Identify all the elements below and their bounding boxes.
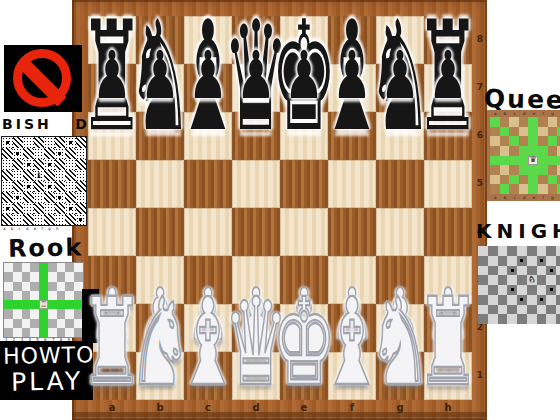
move-dot (511, 288, 514, 291)
move-dot (520, 259, 523, 262)
piece-white-rook-h1[interactable]: ♜ (416, 281, 481, 402)
move-dot (58, 196, 61, 199)
diagram-cell (490, 117, 500, 127)
diagram-cell (519, 146, 529, 156)
diagram-cell (509, 156, 519, 166)
diagram-cell (2, 159, 13, 170)
diagram-cell (34, 148, 45, 159)
diagram-cell (34, 214, 45, 225)
diagram-cell (2, 137, 13, 148)
diagram-cell (2, 203, 13, 214)
diagram-cell (44, 148, 55, 159)
diagram-cell (55, 148, 66, 159)
diagram-cell (490, 184, 500, 194)
diagram-cell (57, 328, 66, 337)
how-to-play-line2: PLAY (11, 366, 84, 396)
queen-diagram-board: ♛ (490, 117, 560, 194)
diagram-cell (30, 319, 39, 328)
diagram-cell (519, 175, 529, 185)
diagram-cell (13, 300, 22, 309)
diagram-cell (30, 309, 39, 318)
diagram-cell (23, 214, 34, 225)
diagram-cell (48, 272, 57, 281)
diagram-cell (517, 246, 527, 256)
diagram-cell (528, 175, 538, 185)
diagram-cell (13, 272, 22, 281)
diagram-cell (517, 305, 527, 315)
diagram-cell (13, 214, 24, 225)
diagram-cell (57, 291, 66, 300)
diagram-cell (507, 314, 517, 324)
piece-black-pawn-g7[interactable]: ♟ (380, 42, 419, 108)
diagram-cell (34, 192, 45, 203)
diagram-cell (23, 137, 34, 148)
diagram-cell (65, 282, 74, 291)
diagram-cell (527, 256, 537, 266)
diagram-cell (556, 285, 560, 295)
diagram-piece-icon: ♞ (528, 276, 535, 284)
diagram-cell (509, 165, 519, 175)
move-dot (550, 288, 553, 291)
diagram-cell (13, 328, 22, 337)
diagram-cell (519, 165, 529, 175)
game-screen: { "game": "chess", "position": { "fen": … (0, 0, 560, 420)
diagram-cell (39, 272, 48, 281)
diagram-cell (537, 266, 547, 276)
diagram-cell (498, 305, 508, 315)
diagram-cell (528, 127, 538, 137)
diagram-cell (556, 305, 560, 315)
diagram-cell (57, 300, 66, 309)
diagram-cell (39, 328, 48, 337)
diagram-cell (537, 246, 547, 256)
diagram-cell (30, 300, 39, 309)
diagram-cell (2, 148, 13, 159)
diagram-cell (65, 192, 76, 203)
diagram-cell (528, 146, 538, 156)
diagram-cell (22, 300, 31, 309)
piece-black-pawn-d7[interactable]: ♟ (236, 42, 275, 108)
diagram-cell (548, 117, 558, 127)
diagram-cell (39, 263, 48, 272)
move-dot (511, 269, 514, 272)
diagram-cell (546, 314, 556, 324)
diagram-cell (39, 309, 48, 318)
diagram-cell (65, 181, 76, 192)
diagram-cell (546, 305, 556, 315)
diagram-cell (76, 170, 87, 181)
diagram-cell (490, 127, 500, 137)
diagram-cell (519, 127, 529, 137)
diagram-cell (34, 159, 45, 170)
diagram-cell (490, 165, 500, 175)
diagram-cell (30, 272, 39, 281)
diagram-cell (498, 275, 508, 285)
diagram-cell (4, 300, 13, 309)
diagram-cell (2, 170, 13, 181)
diagram-cell (538, 117, 548, 127)
move-dot (540, 259, 543, 262)
diagram-cell (537, 275, 547, 285)
diagram-cell (537, 314, 547, 324)
diagram-cell (498, 256, 508, 266)
diagram-cell (39, 291, 48, 300)
diagram-cell (55, 170, 66, 181)
diagram-cell (538, 165, 548, 175)
diagram-cell (57, 282, 66, 291)
no-entry-sign[interactable] (4, 45, 82, 112)
diagram-cell (30, 263, 39, 272)
diagram-cell (4, 282, 13, 291)
move-dot (27, 185, 30, 188)
diagram-cell (4, 309, 13, 318)
diagram-cell (57, 263, 66, 272)
move-dot (58, 152, 61, 155)
piece-black-pawn-c7[interactable]: ♟ (188, 42, 227, 108)
diagram-cell (509, 117, 519, 127)
diagram-cell (65, 319, 74, 328)
diagram-cell (509, 146, 519, 156)
diagram-cell (537, 295, 547, 305)
diagram-cell (500, 156, 510, 166)
diagram-cell (478, 256, 488, 266)
diagram-cell (500, 184, 510, 194)
diagram-cell (490, 156, 500, 166)
diagram-cell (517, 256, 527, 266)
diagram-cell (546, 246, 556, 256)
knight-diagram-title: KNIGHT (476, 219, 560, 243)
diagram-cell (500, 175, 510, 185)
diagram-cell (556, 266, 560, 276)
piece-black-pawn-h7[interactable]: ♟ (428, 42, 467, 108)
diagram-cell (556, 256, 560, 266)
diagram-cell (546, 275, 556, 285)
diagram-cell (527, 314, 537, 324)
diagram-cell (2, 192, 13, 203)
diagram-cell (2, 181, 13, 192)
diagram-cell (488, 295, 498, 305)
diagram-cell (537, 256, 547, 266)
diagram-cell (48, 309, 57, 318)
diagram-cell (546, 256, 556, 266)
diagram-cell (55, 181, 66, 192)
diagram-cell (556, 275, 560, 285)
move-dot (69, 141, 72, 144)
diagram-cell (55, 214, 66, 225)
diagram-cell (34, 203, 45, 214)
diagram-cell (538, 175, 548, 185)
rook-diagram-title: Rook (8, 233, 84, 262)
diagram-cell (13, 291, 22, 300)
move-dot (550, 269, 553, 272)
diagram-cell (76, 192, 87, 203)
diagram-cell (39, 319, 48, 328)
diagram-cell (44, 203, 55, 214)
diagram-cell (39, 282, 48, 291)
diagram-cell (528, 117, 538, 127)
move-dot (16, 152, 19, 155)
diagram-cell (4, 319, 13, 328)
piece-black-pawn-f7[interactable]: ♟ (332, 42, 371, 108)
diagram-cell (55, 159, 66, 170)
diagram-cell (2, 214, 13, 225)
diagram-cell (44, 137, 55, 148)
diagram-cell (509, 127, 519, 137)
diagram-cell (13, 148, 24, 159)
diagram-cell (537, 305, 547, 315)
diagram-cell (13, 137, 24, 148)
diagram-cell (76, 181, 87, 192)
diagram-cell (22, 272, 31, 281)
piece-black-pawn-a7[interactable]: ♟ (92, 42, 131, 108)
diagram-cell (548, 136, 558, 146)
diagram-cell (527, 285, 537, 295)
diagram-cell (500, 127, 510, 137)
diagram-cell (65, 203, 76, 214)
diagram-cell (507, 266, 517, 276)
diagram-cell (13, 282, 22, 291)
diagram-cell (519, 184, 529, 194)
diagram-cell (538, 127, 548, 137)
diagram-cell (500, 136, 510, 146)
diagram-piece-icon: ♛ (530, 156, 537, 164)
piece-black-pawn-b7[interactable]: ♟ (140, 42, 179, 108)
diagram-cell (65, 148, 76, 159)
diagram-cell (65, 300, 74, 309)
move-dot (6, 207, 9, 210)
diagram-cell (488, 256, 498, 266)
diagram-cell (519, 156, 529, 166)
diagram-cell (44, 214, 55, 225)
diagram-cell (57, 272, 66, 281)
diagram-cell (507, 295, 517, 305)
move-dot (6, 141, 9, 144)
diagram-cell (65, 214, 76, 225)
diagram-cell (48, 263, 57, 272)
diagram-cell (34, 181, 45, 192)
diagram-cell (65, 328, 74, 337)
diagram-cell (65, 263, 74, 272)
diagram-cell (546, 295, 556, 305)
diagram-cell (498, 314, 508, 324)
diagram-cell (30, 328, 39, 337)
diagram-cell (528, 136, 538, 146)
diagram-cell (507, 305, 517, 315)
diagram-cell (44, 181, 55, 192)
diagram-cell (48, 300, 57, 309)
diagram-cell (527, 266, 537, 276)
diagram-cell (538, 156, 548, 166)
diagram-cell (48, 291, 57, 300)
diagram-cell (488, 266, 498, 276)
diagram-cell (498, 246, 508, 256)
diagram-cell (488, 246, 498, 256)
diagram-cell (22, 319, 31, 328)
diagram-cell (527, 246, 537, 256)
diagram-cell (13, 159, 24, 170)
rook-move-diagram: ♖ (3, 262, 84, 338)
diagram-cell (22, 282, 31, 291)
bishop-move-diagram: ♝ (1, 136, 87, 226)
diagram-cell (538, 146, 548, 156)
diagram-cell (478, 246, 488, 256)
diagram-cell (22, 309, 31, 318)
knight-move-diagram: ♞ (478, 246, 560, 324)
diagram-cell (528, 165, 538, 175)
diagram-cell (23, 181, 34, 192)
diagram-cell: ♛ (528, 156, 538, 166)
diagram-cell (527, 295, 537, 305)
diagram-cell (509, 136, 519, 146)
move-dot (16, 196, 19, 199)
move-dot (540, 298, 543, 301)
diagram-cell (509, 184, 519, 194)
diagram-cell (498, 295, 508, 305)
move-dot (48, 185, 51, 188)
diagram-cell (55, 203, 66, 214)
diagram-cell (23, 203, 34, 214)
diagram-cell (22, 291, 31, 300)
diagram-cell (546, 266, 556, 276)
diagram-cell (23, 148, 34, 159)
diagram-cell (13, 263, 22, 272)
diagram-cell (548, 146, 558, 156)
diagram-cell (48, 282, 57, 291)
diagram-cell (48, 328, 57, 337)
diagram-cell (488, 305, 498, 315)
diagram-cell (546, 285, 556, 295)
move-dot (69, 207, 72, 210)
diagram-cell (538, 184, 548, 194)
diagram-cell (556, 295, 560, 305)
diagram-piece-icon: ♖ (40, 301, 47, 309)
diagram-cell (490, 146, 500, 156)
diagram-cell (65, 309, 74, 318)
diagram-cell (498, 266, 508, 276)
diagram-cell (488, 275, 498, 285)
diagram-cell (65, 137, 76, 148)
diagram-cell (548, 165, 558, 175)
diagram-cell (548, 127, 558, 137)
diagram-cell (548, 184, 558, 194)
diagram-cell (507, 256, 517, 266)
diagram-cell (509, 175, 519, 185)
diagram-cell: ♝ (34, 170, 45, 181)
diagram-cell (517, 314, 527, 324)
diagram-cell (538, 136, 548, 146)
diagram-cell (57, 319, 66, 328)
diagram-cell (55, 137, 66, 148)
move-dot (79, 218, 82, 221)
diagram-cell (76, 214, 87, 225)
diagram-cell (30, 291, 39, 300)
diagram-cell (13, 192, 24, 203)
diagram-cell (4, 328, 13, 337)
diagram-cell (490, 175, 500, 185)
diagram-cell (498, 285, 508, 295)
diagram-cell (517, 285, 527, 295)
diagram-cell (44, 192, 55, 203)
diagram-cell (65, 291, 74, 300)
diagram-piece-icon: ♝ (35, 172, 42, 180)
diagram-cell (13, 203, 24, 214)
diagram-cell (4, 272, 13, 281)
bishop-diagram-ticks: a b c d e f g h (3, 226, 61, 231)
diagram-cell (527, 305, 537, 315)
move-dot (520, 298, 523, 301)
diagram-cell (23, 170, 34, 181)
diagram-cell (4, 263, 13, 272)
diagram-cell (517, 275, 527, 285)
diagram-cell (65, 170, 76, 181)
diagram-cell: ♞ (527, 275, 537, 285)
diagram-cell (500, 117, 510, 127)
diagram-cell (44, 159, 55, 170)
diagram-cell (13, 170, 24, 181)
diagram-cell (507, 246, 517, 256)
diagram-cell (500, 165, 510, 175)
diagram-cell (548, 175, 558, 185)
diagram-cell (55, 192, 66, 203)
diagram-cell (507, 285, 517, 295)
diagram-cell (13, 181, 24, 192)
diagram-cell (488, 314, 498, 324)
diagram-cell (4, 291, 13, 300)
diagram-cell (517, 295, 527, 305)
diagram-cell (76, 203, 87, 214)
diagram-cell (23, 192, 34, 203)
diagram-cell: ♖ (39, 300, 48, 309)
diagram-cell (528, 184, 538, 194)
diagram-cell (500, 146, 510, 156)
move-dot (48, 163, 51, 166)
diagram-cell (556, 314, 560, 324)
diagram-cell (488, 285, 498, 295)
diagram-cell (519, 136, 529, 146)
diagram-cell (65, 159, 76, 170)
diagram-cell (30, 282, 39, 291)
diagram-cell (44, 170, 55, 181)
diagram-cell (13, 309, 22, 318)
diagram-cell (57, 309, 66, 318)
diagram-cell (13, 319, 22, 328)
diagram-cell (48, 319, 57, 328)
queen-move-diagram: a b c d e f g h i j ♛ a b c d e f g h i … (487, 110, 560, 201)
diagram-cell (23, 159, 34, 170)
diagram-cell (22, 263, 31, 272)
diagram-cell (507, 275, 517, 285)
queen-diagram-ticks-bottom: a b c d e f g h i j (490, 194, 560, 201)
diagram-cell (65, 272, 74, 281)
diagram-cell (556, 246, 560, 256)
diagram-cell (34, 137, 45, 148)
diagram-cell (548, 156, 558, 166)
move-dot (27, 163, 30, 166)
piece-black-pawn-e7[interactable]: ♟ (284, 42, 323, 108)
bishop-title-word1: BISH (2, 116, 52, 132)
diagram-cell (490, 136, 500, 146)
diagram-cell (519, 117, 529, 127)
queen-diagram-ticks-top: a b c d e f g h i j (490, 110, 560, 117)
diagram-cell (537, 285, 547, 295)
diagram-cell (517, 266, 527, 276)
diagram-cell (22, 328, 31, 337)
